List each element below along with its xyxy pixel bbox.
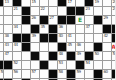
block-cell-r9c6 (49, 79, 57, 80)
clue-number: 42 (104, 34, 108, 38)
cell-r4c8[interactable]: 41 (67, 34, 75, 42)
clue-number: 29 (104, 16, 108, 20)
cell-r0c13[interactable]: 20 (112, 0, 115, 6)
clue-number: 19 (95, 0, 99, 4)
block-cell-r9c1 (4, 79, 12, 80)
cell-r2c1[interactable] (4, 16, 12, 24)
block-cell-r7c5 (40, 61, 48, 69)
cell-r8c1[interactable] (4, 70, 12, 78)
cell-r0c8[interactable]: 17 (67, 0, 75, 6)
block-cell-r5c3 (22, 43, 30, 51)
cell-r9c4[interactable] (31, 79, 39, 80)
cell-r3c1[interactable] (4, 25, 12, 33)
cell-r6c11[interactable]: 50 (94, 52, 102, 60)
block-cell-r1c3 (22, 7, 30, 15)
cell-r3c0[interactable] (0, 25, 3, 33)
clue-number: 43 (5, 43, 9, 47)
cell-r9c10[interactable] (85, 79, 93, 80)
block-cell-r0c10 (85, 0, 93, 6)
clue-number: 38 (5, 34, 9, 38)
cell-r3c8[interactable] (67, 25, 75, 33)
cell-r3c2[interactable]: 34 (13, 25, 21, 33)
block-cell-r2c5 (40, 16, 48, 24)
cell-r0c11[interactable]: 19 (94, 0, 102, 6)
clue-number: 52 (14, 61, 18, 65)
cell-r0c12[interactable] (103, 0, 111, 6)
clue-number: 15 (32, 0, 36, 4)
cell-r5c6[interactable] (49, 43, 57, 51)
block-cell-r8c13 (112, 70, 115, 78)
block-cell-r4c6 (49, 34, 57, 42)
cell-r5c0[interactable] (0, 43, 3, 51)
cell-r2c6[interactable]: 27 (49, 16, 57, 24)
crossword-grid: 1315171920212223242627E29343536373839404… (0, 0, 115, 80)
cell-r5c9[interactable]: 46 (76, 43, 84, 51)
block-cell-r5c11 (94, 43, 102, 51)
clue-number: 39 (32, 34, 36, 38)
clue-number: 48 (59, 52, 63, 56)
cell-r7c10[interactable]: 54 (85, 61, 93, 69)
cell-r7c6[interactable] (49, 61, 57, 69)
cell-r7c4[interactable] (31, 61, 39, 69)
block-cell-r3c13 (112, 25, 115, 33)
clue-number: 40 (59, 34, 63, 38)
cell-r1c5[interactable]: 22 (40, 7, 48, 15)
cell-r6c12[interactable] (103, 52, 111, 60)
cell-r5c13[interactable]: A (112, 43, 115, 51)
cell-r2c2[interactable] (13, 16, 21, 24)
cell-r9c12[interactable] (103, 79, 111, 80)
clue-number: 53 (59, 61, 63, 65)
clue-number: 36 (59, 25, 63, 29)
cell-r6c9[interactable]: 49 (76, 52, 84, 60)
cell-r6c3[interactable] (22, 52, 30, 60)
cell-r1c6[interactable] (49, 7, 57, 15)
cell-r9c7[interactable] (58, 79, 66, 80)
cell-r0c3[interactable] (22, 0, 30, 6)
block-cell-r7c1 (4, 61, 12, 69)
block-cell-r5c7 (58, 43, 66, 51)
clue-number: 45 (68, 43, 72, 47)
block-cell-r3c6 (49, 25, 57, 33)
cell-r9c13[interactable] (112, 79, 115, 80)
block-cell-r2c7 (58, 16, 66, 24)
block-cell-r6c10 (85, 52, 93, 60)
clue-number: 46 (77, 43, 81, 47)
cell-r4c10[interactable] (85, 34, 93, 42)
cell-r1c2[interactable]: 21 (13, 7, 21, 15)
block-cell-r2c11 (94, 16, 102, 24)
clue-number: 22 (41, 7, 45, 11)
cell-r2c12[interactable]: 29 (103, 16, 111, 24)
clue-number: 37 (86, 25, 90, 29)
clue-number: 47 (5, 52, 9, 56)
cell-r2c13[interactable] (112, 16, 115, 24)
filled-letter-correct: E (76, 16, 84, 24)
cell-r7c13[interactable] (112, 61, 115, 69)
cell-r7c12[interactable] (103, 61, 111, 69)
cell-r7c11[interactable] (94, 61, 102, 69)
cell-r8c4[interactable]: 57 (31, 70, 39, 78)
cell-r6c2[interactable] (13, 52, 21, 60)
cell-r6c13[interactable]: 51 (112, 52, 115, 60)
cell-r5c10[interactable] (85, 43, 93, 51)
clue-number: 60 (104, 70, 108, 74)
cell-r1c11[interactable] (94, 7, 102, 15)
cell-r5c1[interactable]: 43 (4, 43, 12, 51)
clue-number: 57 (32, 70, 36, 74)
cell-r0c5[interactable] (40, 0, 48, 6)
cell-r3c9[interactable] (76, 25, 84, 33)
cell-r0c1[interactable]: 13 (4, 0, 12, 6)
block-cell-r9c8 (67, 79, 75, 80)
block-cell-r1c8 (67, 7, 75, 15)
block-cell-r0c0 (0, 0, 3, 6)
cell-r6c5[interactable] (40, 52, 48, 60)
cell-r0c4[interactable]: 15 (31, 0, 39, 6)
cell-r8c12[interactable]: 60 (103, 70, 111, 78)
cell-r6c1[interactable]: 47 (4, 52, 12, 60)
clue-number: 27 (50, 16, 54, 20)
cell-r1c1[interactable] (4, 7, 12, 15)
cell-r8c2[interactable]: 56 (13, 70, 21, 78)
cell-r8c0[interactable]: 55 (0, 70, 3, 78)
cell-r3c11[interactable] (94, 25, 102, 33)
clue-number: 58 (59, 70, 63, 74)
block-cell-r2c8 (67, 16, 75, 24)
cell-r7c3[interactable] (22, 61, 30, 69)
block-cell-r6c4 (31, 52, 39, 60)
clue-number: 44 (14, 43, 18, 47)
block-cell-r8c11 (94, 70, 102, 78)
block-cell-r1c9 (76, 7, 84, 15)
cell-r1c4[interactable] (31, 7, 39, 15)
clue-number: 56 (14, 70, 18, 74)
cell-r7c7[interactable]: 53 (58, 61, 66, 69)
cell-r9c2[interactable] (13, 79, 21, 80)
cell-r2c4[interactable]: 26 (31, 16, 39, 24)
clue-number: 51 (113, 52, 116, 56)
clue-number: 35 (41, 25, 45, 29)
clue-number: 24 (113, 7, 116, 11)
clue-number: 50 (95, 52, 99, 56)
block-cell-r4c13 (112, 34, 115, 42)
cell-r9c5[interactable] (40, 79, 48, 80)
clue-number: 26 (32, 16, 36, 20)
cell-r4c12[interactable]: 42 (103, 34, 111, 42)
clue-number: 41 (68, 34, 72, 38)
block-cell-r6c8 (67, 52, 75, 60)
cell-r6c7[interactable]: 48 (58, 52, 66, 60)
cell-r7c8[interactable] (67, 61, 75, 69)
cell-r3c7[interactable]: 36 (58, 25, 66, 33)
block-cell-r4c2 (13, 34, 21, 42)
block-cell-r0c2 (13, 0, 21, 6)
cell-r0c9[interactable] (76, 0, 84, 6)
cell-r3c10[interactable]: 37 (85, 25, 93, 33)
block-cell-r4c5 (40, 34, 48, 42)
clue-number: 17 (68, 0, 72, 4)
cell-r1c13[interactable]: 24 (112, 7, 115, 15)
clue-number: 49 (77, 52, 81, 56)
cell-r1c10[interactable]: 23 (85, 7, 93, 15)
cell-r4c0[interactable] (0, 34, 3, 42)
clue-number: 13 (5, 0, 9, 4)
crossword-app-screen: 1315171920212223242627E29343536373839404… (0, 0, 115, 80)
cell-r8c7[interactable]: 58 (58, 70, 66, 78)
filled-letter-incorrect: A (112, 43, 115, 51)
cell-r0c6[interactable] (49, 0, 57, 6)
block-cell-r6c6 (49, 52, 57, 60)
cell-r4c1[interactable]: 38 (4, 34, 12, 42)
clue-number: 59 (77, 70, 81, 74)
cell-r3c5[interactable]: 35 (40, 25, 48, 33)
cell-r6c0[interactable] (0, 52, 3, 60)
block-cell-r7c0 (0, 61, 3, 69)
cell-r1c0[interactable] (0, 7, 3, 15)
cell-r4c9[interactable] (76, 34, 84, 42)
cell-r2c0[interactable] (0, 16, 3, 24)
cell-r1c12[interactable] (103, 7, 111, 15)
clue-number: 55 (1, 70, 4, 74)
block-cell-r9c11 (94, 79, 102, 80)
cell-r4c11[interactable] (94, 34, 102, 42)
block-cell-r9c0 (0, 79, 3, 80)
cell-r8c9[interactable]: 59 (76, 70, 84, 78)
clue-number: 54 (86, 61, 90, 65)
cell-r5c4[interactable] (31, 43, 39, 51)
cell-r9c9[interactable] (76, 79, 84, 80)
cell-r5c2[interactable]: 44 (13, 43, 21, 51)
block-cell-r0c7 (58, 0, 66, 6)
cell-r2c10[interactable] (85, 16, 93, 24)
cell-r3c3[interactable] (22, 25, 30, 33)
block-cell-r7c9 (76, 61, 84, 69)
cell-r4c4[interactable]: 39 (31, 34, 39, 42)
block-cell-r3c4 (31, 25, 39, 33)
cell-r8c10[interactable] (85, 70, 93, 78)
cell-r5c12[interactable] (103, 43, 111, 51)
block-cell-r8c8 (67, 70, 75, 78)
clue-number: 34 (14, 25, 18, 29)
block-cell-r8c6 (49, 70, 57, 78)
clue-number: 20 (113, 0, 116, 4)
block-cell-r9c3 (22, 79, 30, 80)
clue-number: 23 (86, 7, 90, 11)
block-cell-r3c12 (103, 25, 111, 33)
cell-r8c5[interactable] (40, 70, 48, 78)
clue-number: 21 (14, 7, 18, 11)
cell-r5c8[interactable]: 45 (67, 43, 75, 51)
cell-r7c2[interactable]: 52 (13, 61, 21, 69)
cell-r8c3[interactable] (22, 70, 30, 78)
block-cell-r2c3 (22, 16, 30, 24)
cell-r5c5[interactable] (40, 43, 48, 51)
cell-r2c9[interactable]: E (76, 16, 84, 24)
cell-r1c7[interactable] (58, 7, 66, 15)
cell-r4c7[interactable]: 40 (58, 34, 66, 42)
block-cell-r4c3 (22, 34, 30, 42)
